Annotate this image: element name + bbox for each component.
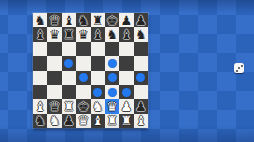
black-knight[interactable]: ♞ [34,114,46,127]
square-a8[interactable]: ♞ [33,13,47,27]
square-e8[interactable]: ♜ [91,13,105,27]
square-d4[interactable] [76,71,90,85]
move-hint-dot[interactable] [79,73,88,82]
square-e1[interactable]: ♝ [91,114,105,128]
chess-board[interactable]: ♞♛♝♞♜♚♟♟♝♛♜♛♝♞♝♞♝♛♜♚♞♛♟♟♞♞♟♛♝♜♜♝ [33,13,148,128]
black-knight[interactable]: ♞ [34,13,46,26]
black-queen[interactable]: ♛ [49,99,61,112]
black-knight[interactable]: ♞ [135,28,147,41]
black-pawn[interactable]: ♟ [121,13,133,26]
square-e3[interactable] [91,85,105,99]
square-g1[interactable]: ♜ [119,114,133,128]
white-knight[interactable]: ♞ [92,99,104,112]
square-g4[interactable] [119,71,133,85]
square-b7[interactable]: ♛ [47,27,61,41]
white-queen[interactable]: ♛ [106,99,118,112]
square-b6[interactable] [47,42,61,56]
square-b5[interactable] [47,56,61,70]
black-knight[interactable]: ♞ [106,28,118,41]
dice-button[interactable] [234,63,244,73]
square-f8[interactable]: ♚ [105,13,119,27]
move-hint-dot[interactable] [136,73,145,82]
black-pawn[interactable]: ♟ [135,99,147,112]
square-a2[interactable]: ♝ [33,99,47,113]
square-e5[interactable] [91,56,105,70]
square-a6[interactable] [33,42,47,56]
dice-pip [238,67,240,69]
white-rook[interactable]: ♜ [63,99,75,112]
white-queen[interactable]: ♛ [77,114,89,127]
square-f7[interactable]: ♞ [105,27,119,41]
square-c4[interactable] [62,71,76,85]
square-f3[interactable] [105,85,119,99]
square-a5[interactable] [33,56,47,70]
black-king[interactable]: ♚ [77,99,89,112]
square-c8[interactable]: ♝ [62,13,76,27]
square-h4[interactable] [134,71,148,85]
black-rook[interactable]: ♜ [63,28,75,41]
white-rook[interactable]: ♜ [121,114,133,127]
square-g7[interactable]: ♝ [119,27,133,41]
square-h3[interactable] [134,85,148,99]
square-b3[interactable] [47,85,61,99]
white-rook[interactable]: ♜ [106,114,118,127]
square-g3[interactable] [119,85,133,99]
move-hint-dot[interactable] [93,88,102,97]
square-c5[interactable] [62,56,76,70]
black-pawn[interactable]: ♟ [63,114,75,127]
black-king[interactable]: ♚ [106,13,118,26]
dice-pip [236,70,238,72]
white-pawn[interactable]: ♟ [121,99,133,112]
square-d2[interactable]: ♚ [76,99,90,113]
square-b8[interactable]: ♛ [47,13,61,27]
square-b2[interactable]: ♛ [47,99,61,113]
black-queen[interactable]: ♛ [49,13,61,26]
black-bishop[interactable]: ♝ [34,28,46,41]
square-b4[interactable] [47,71,61,85]
square-f1[interactable]: ♜ [105,114,119,128]
square-f2[interactable]: ♛ [105,99,119,113]
square-d7[interactable]: ♛ [76,27,90,41]
square-f5[interactable] [105,56,119,70]
move-hint-dot[interactable] [108,88,117,97]
square-g5[interactable] [119,56,133,70]
square-h6[interactable] [134,42,148,56]
square-b1[interactable]: ♞ [47,114,61,128]
square-d3[interactable] [76,85,90,99]
square-d6[interactable] [76,42,90,56]
square-h7[interactable]: ♞ [134,27,148,41]
move-hint-dot[interactable] [64,59,73,68]
move-hint-dot[interactable] [108,59,117,68]
dice-pip [241,65,243,67]
black-bishop[interactable]: ♝ [121,28,133,41]
square-c3[interactable] [62,85,76,99]
square-h2[interactable]: ♟ [134,99,148,113]
square-d8[interactable]: ♞ [76,13,90,27]
square-g6[interactable] [119,42,133,56]
square-g2[interactable]: ♟ [119,99,133,113]
square-d1[interactable]: ♛ [76,114,90,128]
square-e6[interactable] [91,42,105,56]
square-a7[interactable]: ♝ [33,27,47,41]
black-knight[interactable]: ♞ [77,13,89,26]
square-d5[interactable] [76,56,90,70]
square-f6[interactable] [105,42,119,56]
square-e2[interactable]: ♞ [91,99,105,113]
white-bishop[interactable]: ♝ [92,114,104,127]
square-c7[interactable]: ♜ [62,27,76,41]
black-queen[interactable]: ♛ [49,28,61,41]
black-rook[interactable]: ♜ [92,13,104,26]
square-a1[interactable]: ♞ [33,114,47,128]
square-h5[interactable] [134,56,148,70]
white-bishop[interactable]: ♝ [135,114,147,127]
move-hint-dot[interactable] [122,88,131,97]
black-bishop[interactable]: ♝ [63,13,75,26]
square-f4[interactable] [105,71,119,85]
black-pawn[interactable]: ♟ [135,13,147,26]
square-g8[interactable]: ♟ [119,13,133,27]
square-a4[interactable] [33,71,47,85]
square-c2[interactable]: ♜ [62,99,76,113]
square-e7[interactable]: ♝ [91,27,105,41]
black-queen[interactable]: ♛ [77,28,89,41]
white-knight[interactable]: ♞ [49,114,61,127]
app-background: ♞♛♝♞♜♚♟♟♝♛♜♛♝♞♝♞♝♛♜♚♞♛♟♟♞♞♟♛♝♜♜♝ [0,0,254,142]
square-c1[interactable]: ♟ [62,114,76,128]
square-e4[interactable] [91,71,105,85]
white-bishop[interactable]: ♝ [34,99,46,112]
square-a3[interactable] [33,85,47,99]
move-hint-dot[interactable] [108,73,117,82]
square-h1[interactable]: ♝ [134,114,148,128]
square-h8[interactable]: ♟ [134,13,148,27]
black-bishop[interactable]: ♝ [92,28,104,41]
square-c6[interactable] [62,42,76,56]
